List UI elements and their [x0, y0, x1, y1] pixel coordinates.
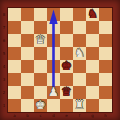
file-label-b: b — [21, 114, 34, 118]
rank-label-1: 1 — [1, 104, 7, 108]
square-b6[interactable] — [21, 34, 34, 47]
rank-label-2: 2 — [1, 91, 7, 95]
square-c4[interactable] — [34, 60, 47, 73]
square-d7[interactable] — [47, 21, 60, 34]
square-d4[interactable] — [47, 60, 60, 73]
square-a7[interactable] — [8, 21, 21, 34]
piece-red-king-e4[interactable]: ♚ — [61, 60, 72, 73]
square-g8[interactable]: ♞ — [86, 8, 99, 21]
square-h1[interactable] — [99, 99, 112, 112]
piece-white-pawn-d2[interactable]: ♟ — [48, 86, 59, 99]
square-d6[interactable] — [47, 34, 60, 47]
square-a5[interactable] — [8, 47, 21, 60]
file-label-c: c — [34, 114, 47, 118]
file-label-a: a — [8, 114, 21, 118]
square-f8[interactable] — [73, 8, 86, 21]
square-e1[interactable] — [60, 99, 73, 112]
square-f7[interactable] — [73, 21, 86, 34]
file-label-e: e — [60, 114, 73, 118]
square-f3[interactable] — [73, 73, 86, 86]
square-g1[interactable] — [86, 99, 99, 112]
piece-red-queen-e2[interactable]: ♛ — [61, 86, 72, 99]
piece-white-knight-f5[interactable]: ♞ — [74, 47, 85, 60]
rank-label-7: 7 — [1, 26, 7, 30]
rank-label-6: 6 — [1, 39, 7, 43]
square-h4[interactable] — [99, 60, 112, 73]
piece-white-queen-c6[interactable]: ♛ — [35, 34, 46, 47]
square-a1[interactable] — [8, 99, 21, 112]
piece-white-rook-f1[interactable]: ♜ — [74, 99, 85, 112]
square-h7[interactable] — [99, 21, 112, 34]
square-g3[interactable] — [86, 73, 99, 86]
chess-app-window: ♞♛♞♚♟♛♚♜ 87654321abcdefgh — [0, 0, 120, 120]
square-g2[interactable] — [86, 86, 99, 99]
square-d8[interactable] — [47, 8, 60, 21]
square-e7[interactable] — [60, 21, 73, 34]
square-f1[interactable]: ♜ — [73, 99, 86, 112]
square-c6[interactable]: ♛ — [34, 34, 47, 47]
rank-label-3: 3 — [1, 78, 7, 82]
rank-label-4: 4 — [1, 65, 7, 69]
square-a8[interactable] — [8, 8, 21, 21]
piece-red-knight-g8[interactable]: ♞ — [87, 8, 98, 21]
file-label-f: f — [73, 114, 86, 118]
square-h5[interactable] — [99, 47, 112, 60]
file-label-d: d — [47, 114, 60, 118]
square-h8[interactable] — [99, 8, 112, 21]
square-e8[interactable] — [60, 8, 73, 21]
square-c5[interactable] — [34, 47, 47, 60]
square-e4[interactable]: ♚ — [60, 60, 73, 73]
square-g6[interactable] — [86, 34, 99, 47]
square-e6[interactable] — [60, 34, 73, 47]
square-h2[interactable] — [99, 86, 112, 99]
rank-label-5: 5 — [1, 52, 7, 56]
square-b4[interactable] — [21, 60, 34, 73]
chess-board: ♞♛♞♚♟♛♚♜ — [8, 8, 112, 112]
square-c3[interactable] — [34, 73, 47, 86]
square-d2[interactable]: ♟ — [47, 86, 60, 99]
square-b7[interactable] — [21, 21, 34, 34]
square-e2[interactable]: ♛ — [60, 86, 73, 99]
file-label-g: g — [86, 114, 99, 118]
square-d1[interactable] — [47, 99, 60, 112]
square-h6[interactable] — [99, 34, 112, 47]
square-h3[interactable] — [99, 73, 112, 86]
square-g5[interactable] — [86, 47, 99, 60]
file-label-h: h — [99, 114, 112, 118]
rank-label-8: 8 — [1, 13, 7, 17]
square-g7[interactable] — [86, 21, 99, 34]
square-b2[interactable] — [21, 86, 34, 99]
square-d5[interactable] — [47, 47, 60, 60]
square-a4[interactable] — [8, 60, 21, 73]
square-c8[interactable] — [34, 8, 47, 21]
square-b3[interactable] — [21, 73, 34, 86]
square-f4[interactable] — [73, 60, 86, 73]
square-c1[interactable]: ♚ — [34, 99, 47, 112]
square-b5[interactable] — [21, 47, 34, 60]
piece-white-king-c1[interactable]: ♚ — [35, 99, 46, 112]
square-g4[interactable] — [86, 60, 99, 73]
square-b1[interactable] — [21, 99, 34, 112]
square-f5[interactable]: ♞ — [73, 47, 86, 60]
square-b8[interactable] — [21, 8, 34, 21]
square-a2[interactable] — [8, 86, 21, 99]
square-a6[interactable] — [8, 34, 21, 47]
square-a3[interactable] — [8, 73, 21, 86]
